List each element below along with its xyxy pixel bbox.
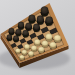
- piece-dark-a6[interactable]: [46, 16, 54, 26]
- piece-cream-b3[interactable]: [46, 34, 53, 42]
- piece-cream-h1[interactable]: [19, 55, 25, 61]
- piece-dark-c8[interactable]: [29, 15, 36, 24]
- piece-cream-a2[interactable]: [54, 35, 62, 43]
- piece-dark-b7[interactable]: [37, 16, 44, 26]
- piece-cream-f1[interactable]: [28, 51, 34, 57]
- checkers-board: [0, 0, 75, 75]
- piece-top: [46, 34, 53, 40]
- piece-dark-g6[interactable]: [13, 36, 19, 43]
- piece-top: [28, 51, 33, 55]
- piece-top: [15, 48, 20, 52]
- piece-dark-h7[interactable]: [7, 34, 13, 41]
- piece-top: [54, 35, 61, 41]
- piece-top: [24, 44, 29, 49]
- piece-top: [19, 55, 24, 59]
- piece-top: [23, 30, 29, 35]
- piece-top: [38, 47, 44, 52]
- piece-top: [29, 15, 36, 22]
- piece-dark-c6[interactable]: [33, 24, 40, 33]
- piece-top: [41, 6, 48, 14]
- piece-top: [34, 39, 40, 44]
- piece-top: [7, 34, 12, 39]
- piece-top: [33, 24, 39, 30]
- piece-top: [18, 22, 24, 28]
- piece-top: [50, 42, 57, 47]
- piece-cream-c2[interactable]: [42, 41, 49, 48]
- piece-top: [37, 16, 44, 23]
- piece-top: [31, 45, 37, 50]
- scene-background: [0, 0, 75, 75]
- piece-top: [22, 50, 27, 54]
- piece-cream-b1[interactable]: [50, 42, 57, 49]
- piece-top: [9, 28, 14, 33]
- piece-cream-h3[interactable]: [15, 48, 21, 54]
- piece-top: [42, 41, 48, 46]
- piece-top: [46, 16, 53, 23]
- piece-top: [26, 23, 32, 29]
- piece-dark-e6[interactable]: [23, 30, 29, 38]
- piece-top: [16, 29, 22, 34]
- piece-top: [13, 36, 18, 41]
- piece-dark-a8[interactable]: [41, 6, 49, 17]
- piece-cream-d1[interactable]: [38, 47, 45, 54]
